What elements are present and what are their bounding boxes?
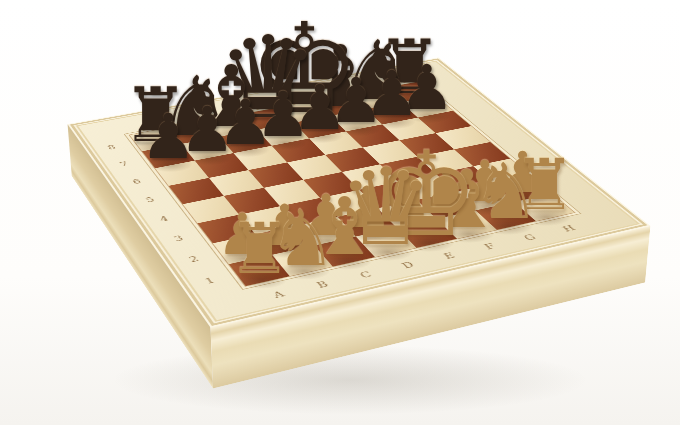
square-a5[interactable] xyxy=(169,178,224,204)
rank-label-5: 5 xyxy=(118,186,183,215)
product-photo: 87654321 ABCDEFGH ♜♞♝♟♚♟♛♟♝♟♞♟♜♟♟♟♟♟♟♜♟♞… xyxy=(0,0,680,425)
rank-label-3: 3 xyxy=(145,223,213,254)
square-b5[interactable] xyxy=(209,170,264,196)
piece-black-pawn-a7[interactable]: ♟ xyxy=(141,113,197,161)
rank-label-4: 4 xyxy=(131,204,197,234)
floor-shadow xyxy=(110,345,590,415)
piece-white-rook-a1[interactable]: ♜ xyxy=(228,222,291,277)
